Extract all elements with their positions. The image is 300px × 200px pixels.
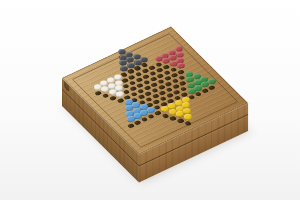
peg-red[interactable]	[177, 63, 185, 74]
peg-white[interactable]	[116, 91, 124, 102]
peg-top	[184, 114, 193, 120]
peg-top	[188, 88, 196, 94]
peg-top	[176, 52, 184, 58]
peg-green[interactable]	[201, 82, 209, 93]
peg-green[interactable]	[208, 79, 216, 90]
peg-yellow[interactable]	[184, 114, 193, 126]
peg-blue[interactable]	[127, 116, 136, 128]
peg-red[interactable]	[162, 58, 170, 69]
product-photo-scene	[0, 0, 300, 200]
peg-black[interactable]	[127, 63, 135, 74]
peg-top	[127, 63, 135, 69]
